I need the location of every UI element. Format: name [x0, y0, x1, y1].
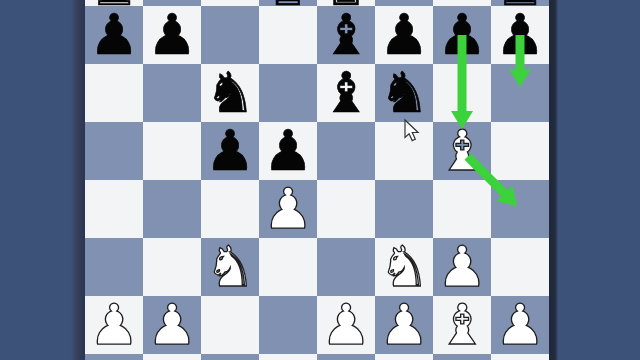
piece-white-pawn-h2[interactable]: ♟ — [495, 296, 545, 354]
square-f1[interactable] — [375, 354, 433, 360]
square-h8[interactable]: ♜ — [491, 0, 549, 6]
square-e1[interactable] — [317, 354, 375, 360]
square-h4[interactable] — [491, 180, 549, 238]
square-b4[interactable] — [143, 180, 201, 238]
piece-black-knight-c6[interactable]: ♞ — [205, 64, 255, 122]
piece-white-knight-c3[interactable]: ♞ — [205, 238, 255, 296]
square-f6[interactable]: ♞ — [375, 64, 433, 122]
square-b3[interactable] — [143, 238, 201, 296]
square-a2[interactable]: ♟ — [85, 296, 143, 354]
piece-black-pawn-d5[interactable]: ♟ — [263, 122, 313, 180]
piece-black-pawn-c5[interactable]: ♟ — [205, 122, 255, 180]
chess-app-window: { "game": "chess", "view": { "descriptio… — [0, 0, 640, 360]
square-g6[interactable] — [433, 64, 491, 122]
piece-black-knight-f6[interactable]: ♞ — [379, 64, 429, 122]
square-a5[interactable] — [85, 122, 143, 180]
square-d4[interactable]: ♟ — [259, 180, 317, 238]
piece-black-pawn-b7[interactable]: ♟ — [147, 6, 197, 64]
square-g3[interactable]: ♟ — [433, 238, 491, 296]
square-g4[interactable] — [433, 180, 491, 238]
square-g7[interactable]: ♟ — [433, 6, 491, 64]
square-f5[interactable] — [375, 122, 433, 180]
piece-black-pawn-f7[interactable]: ♟ — [379, 6, 429, 64]
square-e2[interactable]: ♟ — [317, 296, 375, 354]
square-e6[interactable]: ♝ — [317, 64, 375, 122]
piece-black-queen-d8[interactable]: ♛ — [263, 0, 313, 15]
square-e5[interactable] — [317, 122, 375, 180]
board-frame-right — [549, 0, 558, 360]
square-a6[interactable] — [85, 64, 143, 122]
piece-white-pawn-f2[interactable]: ♟ — [379, 296, 429, 354]
square-h6[interactable] — [491, 64, 549, 122]
square-h5[interactable] — [491, 122, 549, 180]
square-g2[interactable]: ♝ — [433, 296, 491, 354]
square-h2[interactable]: ♟ — [491, 296, 549, 354]
chess-board: ♜♛♚♜♟♟♝♟♟♟♞♝♞♟♟♝♟♞♞♟♟♟♟♟♝♟ — [85, 0, 549, 360]
square-c7[interactable] — [201, 6, 259, 64]
piece-white-knight-f3[interactable]: ♞ — [379, 238, 429, 296]
piece-white-bishop-g5[interactable]: ♝ — [437, 122, 487, 180]
piece-white-bishop-g2[interactable]: ♝ — [437, 296, 487, 354]
square-b7[interactable]: ♟ — [143, 6, 201, 64]
square-e4[interactable] — [317, 180, 375, 238]
square-a4[interactable] — [85, 180, 143, 238]
square-c6[interactable]: ♞ — [201, 64, 259, 122]
square-c3[interactable]: ♞ — [201, 238, 259, 296]
square-h3[interactable] — [491, 238, 549, 296]
piece-white-pawn-g3[interactable]: ♟ — [437, 238, 487, 296]
square-c5[interactable]: ♟ — [201, 122, 259, 180]
square-d6[interactable] — [259, 64, 317, 122]
piece-white-pawn-a2[interactable]: ♟ — [89, 296, 139, 354]
square-b6[interactable] — [143, 64, 201, 122]
square-f3[interactable]: ♞ — [375, 238, 433, 296]
board-frame-left — [71, 0, 85, 360]
square-e8[interactable]: ♚ — [317, 0, 375, 6]
piece-white-pawn-d4[interactable]: ♟ — [263, 180, 313, 238]
square-c1[interactable] — [201, 354, 259, 360]
square-d8[interactable]: ♛ — [259, 0, 317, 6]
square-g1[interactable] — [433, 354, 491, 360]
square-d5[interactable]: ♟ — [259, 122, 317, 180]
piece-black-bishop-e6[interactable]: ♝ — [321, 64, 371, 122]
piece-white-pawn-e2[interactable]: ♟ — [321, 296, 371, 354]
piece-black-rook-h8[interactable]: ♜ — [495, 0, 545, 15]
square-g5[interactable]: ♝ — [433, 122, 491, 180]
square-c2[interactable] — [201, 296, 259, 354]
piece-black-pawn-g7[interactable]: ♟ — [437, 6, 487, 64]
square-a1[interactable] — [85, 354, 143, 360]
square-d2[interactable] — [259, 296, 317, 354]
square-d3[interactable] — [259, 238, 317, 296]
square-a3[interactable] — [85, 238, 143, 296]
square-d1[interactable] — [259, 354, 317, 360]
square-b5[interactable] — [143, 122, 201, 180]
square-a8[interactable]: ♜ — [85, 0, 143, 6]
square-c4[interactable] — [201, 180, 259, 238]
square-h1[interactable] — [491, 354, 549, 360]
piece-black-king-e8[interactable]: ♚ — [321, 0, 371, 15]
piece-black-rook-a8[interactable]: ♜ — [89, 0, 139, 15]
square-b2[interactable]: ♟ — [143, 296, 201, 354]
square-e3[interactable] — [317, 238, 375, 296]
square-f4[interactable] — [375, 180, 433, 238]
piece-white-pawn-b2[interactable]: ♟ — [147, 296, 197, 354]
square-f7[interactable]: ♟ — [375, 6, 433, 64]
square-b1[interactable] — [143, 354, 201, 360]
square-f2[interactable]: ♟ — [375, 296, 433, 354]
board-viewport: ♜♛♚♜♟♟♝♟♟♟♞♝♞♟♟♝♟♞♞♟♟♟♟♟♝♟ — [85, 0, 549, 360]
